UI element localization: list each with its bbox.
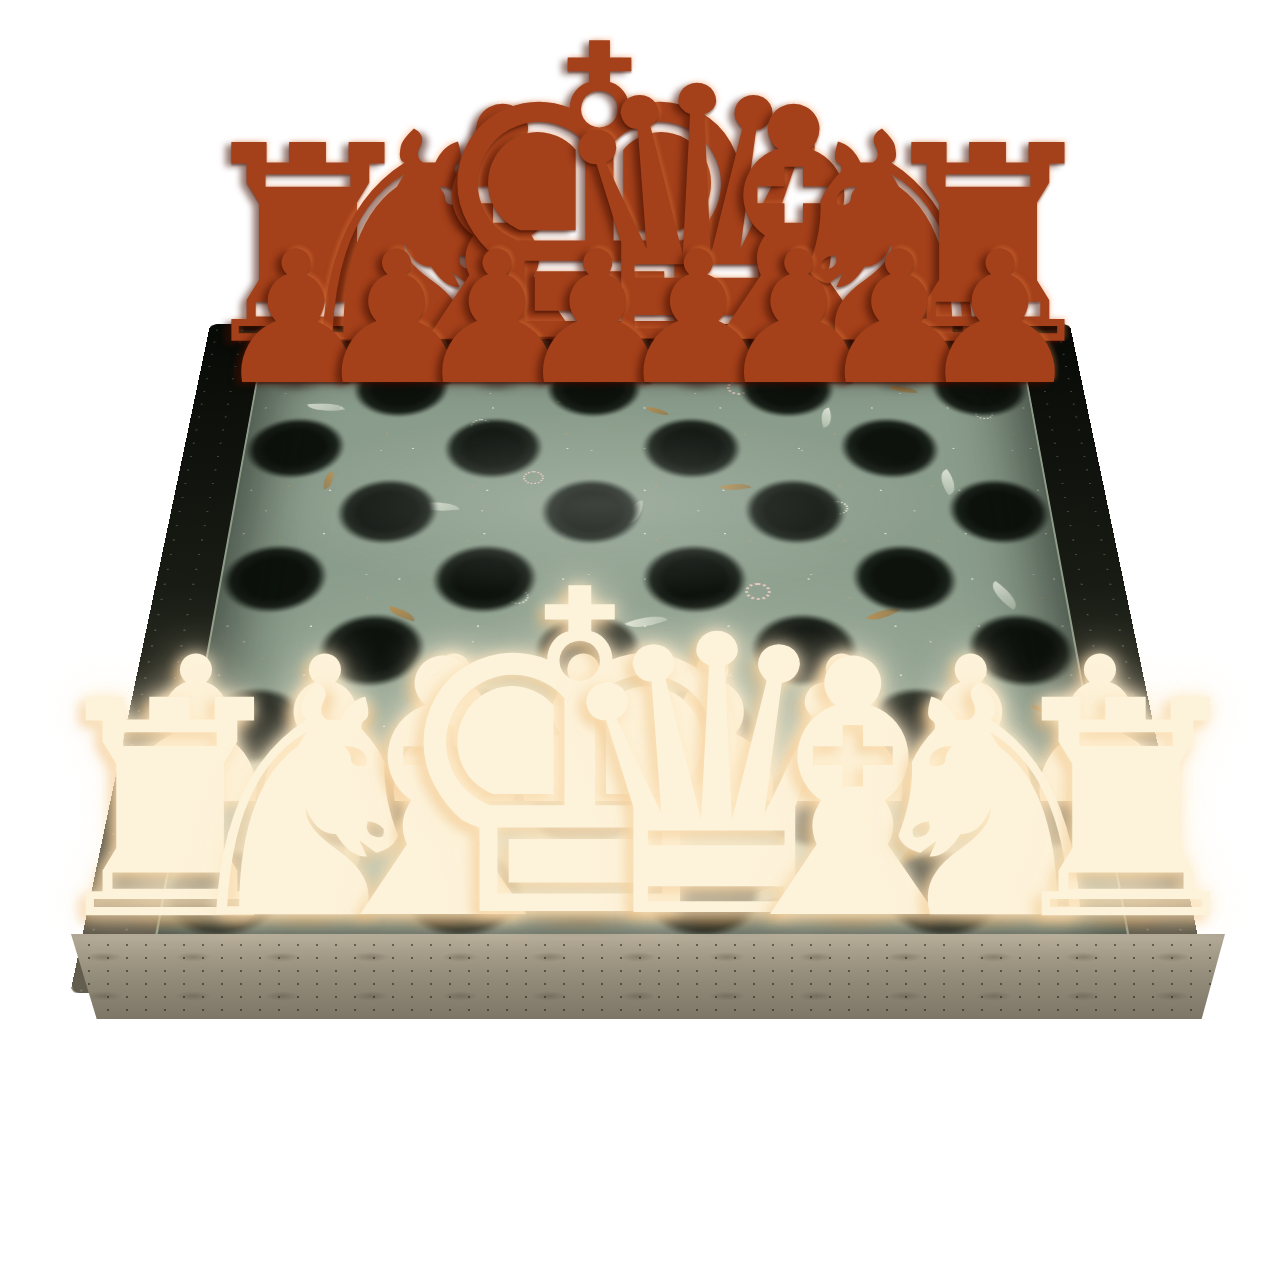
black-pawn-glyph: ♟ [918,227,1082,410]
pieces-layer: ♜♞♝♚♛♝♞♜♟♟♟♟♟♟♟♟♟♟♟♟♟♟♟♟♜♞♝♚♛♝♞♜ [0,0,1280,1280]
photo-stage: ♜♞♝♚♛♝♞♜♟♟♟♟♟♟♟♟♟♟♟♟♟♟♟♟♜♞♝♚♛♝♞♜ [0,0,1280,1280]
white-rook-glyph: ♜ [992,662,1260,961]
